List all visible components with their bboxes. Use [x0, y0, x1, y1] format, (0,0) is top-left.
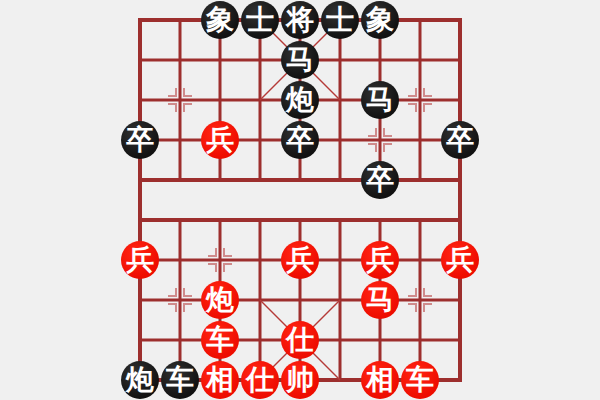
red-advisor-piece[interactable]: 仕: [281, 321, 319, 359]
black-king-piece[interactable]: 将: [281, 1, 319, 39]
black-soldier-piece[interactable]: 卒: [361, 161, 399, 199]
red-chariot-piece[interactable]: 车: [201, 321, 239, 359]
black-soldier-piece[interactable]: 卒: [281, 121, 319, 159]
red-king-piece[interactable]: 帅: [281, 361, 319, 399]
pieces-layer: 象士将士象马炮马卒兵卒卒卒兵兵兵兵炮马车仕炮车相仕帅相车: [120, 0, 480, 400]
red-elephant-piece[interactable]: 相: [361, 361, 399, 399]
red-soldier-piece[interactable]: 兵: [361, 241, 399, 279]
black-elephant-piece[interactable]: 象: [201, 1, 239, 39]
black-elephant-piece[interactable]: 象: [361, 1, 399, 39]
red-advisor-piece[interactable]: 仕: [241, 361, 279, 399]
red-cannon-piece[interactable]: 炮: [201, 281, 239, 319]
black-horse-piece[interactable]: 马: [281, 41, 319, 79]
black-chariot-piece[interactable]: 车: [161, 361, 199, 399]
red-soldier-piece[interactable]: 兵: [201, 121, 239, 159]
red-horse-piece[interactable]: 马: [361, 281, 399, 319]
red-elephant-piece[interactable]: 相: [201, 361, 239, 399]
black-cannon-piece[interactable]: 炮: [121, 361, 159, 399]
black-advisor-piece[interactable]: 士: [241, 1, 279, 39]
red-soldier-piece[interactable]: 兵: [281, 241, 319, 279]
black-horse-piece[interactable]: 马: [361, 81, 399, 119]
red-soldier-piece[interactable]: 兵: [121, 241, 159, 279]
red-soldier-piece[interactable]: 兵: [441, 241, 479, 279]
black-soldier-piece[interactable]: 卒: [441, 121, 479, 159]
xiangqi-app-screen: 象士将士象马炮马卒兵卒卒卒兵兵兵兵炮马车仕炮车相仕帅相车: [0, 0, 600, 400]
black-advisor-piece[interactable]: 士: [321, 1, 359, 39]
black-soldier-piece[interactable]: 卒: [121, 121, 159, 159]
red-chariot-piece[interactable]: 车: [401, 361, 439, 399]
black-cannon-piece[interactable]: 炮: [281, 81, 319, 119]
